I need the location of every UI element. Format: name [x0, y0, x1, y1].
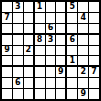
sudoku-empty-cell-r7c3[interactable] — [24, 67, 34, 77]
sudoku-empty-cell-r6c8[interactable] — [78, 56, 88, 66]
sudoku-empty-cell-r8c7[interactable] — [67, 78, 77, 88]
sudoku-empty-cell-r9c7[interactable] — [67, 89, 77, 99]
sudoku-empty-cell-r5c8[interactable] — [78, 46, 88, 56]
sudoku-given-cell-r2c8: 4 — [78, 13, 88, 23]
sudoku-empty-cell-r7c4[interactable] — [35, 67, 45, 77]
sudoku-empty-cell-r1c8[interactable] — [78, 2, 88, 12]
sudoku-given-cell-r4c7: 6 — [67, 35, 77, 45]
sudoku-given-cell-r1c7: 5 — [67, 2, 77, 12]
sudoku-given-cell-r8c2: 6 — [13, 78, 23, 88]
sudoku-given-cell-r5c1: 9 — [2, 46, 12, 56]
sudoku-empty-cell-r8c8[interactable] — [78, 78, 88, 88]
sudoku-app: 31574683692192769 — [0, 0, 101, 101]
sudoku-empty-cell-r6c9[interactable] — [89, 56, 99, 66]
sudoku-given-cell-r1c2: 3 — [13, 2, 23, 12]
sudoku-empty-cell-r7c1[interactable] — [2, 67, 12, 77]
sudoku-empty-cell-r6c5[interactable] — [46, 56, 56, 66]
sudoku-empty-cell-r8c6[interactable] — [56, 78, 66, 88]
sudoku-empty-cell-r4c1[interactable] — [2, 35, 12, 45]
sudoku-empty-cell-r6c4[interactable] — [35, 56, 45, 66]
sudoku-empty-cell-r8c5[interactable] — [46, 78, 56, 88]
sudoku-empty-cell-r1c3[interactable] — [24, 2, 34, 12]
sudoku-empty-cell-r5c2[interactable] — [13, 46, 23, 56]
sudoku-empty-cell-r9c1[interactable] — [2, 89, 12, 99]
sudoku-empty-cell-r9c2[interactable] — [13, 89, 23, 99]
sudoku-empty-cell-r4c9[interactable] — [89, 35, 99, 45]
sudoku-empty-cell-r6c1[interactable] — [2, 56, 12, 66]
sudoku-empty-cell-r4c3[interactable] — [24, 35, 34, 45]
sudoku-empty-cell-r5c9[interactable] — [89, 46, 99, 56]
sudoku-empty-cell-r3c2[interactable] — [13, 24, 23, 34]
sudoku-empty-cell-r8c4[interactable] — [35, 78, 45, 88]
sudoku-empty-cell-r3c4[interactable] — [35, 24, 45, 34]
sudoku-empty-cell-r2c3[interactable] — [24, 13, 34, 23]
sudoku-empty-cell-r4c2[interactable] — [13, 35, 23, 45]
sudoku-empty-cell-r2c5[interactable] — [46, 13, 56, 23]
sudoku-empty-cell-r9c3[interactable] — [24, 89, 34, 99]
sudoku-empty-cell-r9c6[interactable] — [56, 89, 66, 99]
sudoku-board: 31574683692192769 — [0, 0, 101, 101]
sudoku-empty-cell-r3c3[interactable] — [24, 24, 34, 34]
sudoku-empty-cell-r3c9[interactable] — [89, 24, 99, 34]
sudoku-empty-cell-r5c4[interactable] — [35, 46, 45, 56]
sudoku-empty-cell-r2c2[interactable] — [13, 13, 23, 23]
sudoku-given-cell-r1c4: 1 — [35, 2, 45, 12]
sudoku-given-cell-r2c1: 7 — [2, 13, 12, 23]
sudoku-empty-cell-r3c8[interactable] — [78, 24, 88, 34]
sudoku-empty-cell-r9c5[interactable] — [46, 89, 56, 99]
sudoku-empty-cell-r1c6[interactable] — [56, 2, 66, 12]
sudoku-empty-cell-r9c4[interactable] — [35, 89, 45, 99]
sudoku-empty-cell-r6c2[interactable] — [13, 56, 23, 66]
sudoku-empty-cell-r7c2[interactable] — [13, 67, 23, 77]
sudoku-given-cell-r5c3: 2 — [24, 46, 34, 56]
sudoku-empty-cell-r6c6[interactable] — [56, 56, 66, 66]
sudoku-empty-cell-r8c3[interactable] — [24, 78, 34, 88]
sudoku-empty-cell-r3c7[interactable] — [67, 24, 77, 34]
sudoku-empty-cell-r6c3[interactable] — [24, 56, 34, 66]
sudoku-empty-cell-r5c7[interactable] — [67, 46, 77, 56]
sudoku-given-cell-r3c5: 6 — [46, 24, 56, 34]
sudoku-empty-cell-r7c7[interactable] — [67, 67, 77, 77]
sudoku-given-cell-r4c5: 3 — [46, 35, 56, 45]
sudoku-empty-cell-r8c1[interactable] — [2, 78, 12, 88]
sudoku-empty-cell-r2c9[interactable] — [89, 13, 99, 23]
sudoku-given-cell-r7c8: 2 — [78, 67, 88, 77]
sudoku-empty-cell-r2c6[interactable] — [56, 13, 66, 23]
sudoku-empty-cell-r1c9[interactable] — [89, 2, 99, 12]
sudoku-given-cell-r9c8: 9 — [78, 89, 88, 99]
sudoku-empty-cell-r2c7[interactable] — [67, 13, 77, 23]
sudoku-empty-cell-r4c6[interactable] — [56, 35, 66, 45]
sudoku-empty-cell-r1c1[interactable] — [2, 2, 12, 12]
sudoku-given-cell-r6c7: 1 — [67, 56, 77, 66]
sudoku-empty-cell-r5c5[interactable] — [46, 46, 56, 56]
sudoku-empty-cell-r7c5[interactable] — [46, 67, 56, 77]
sudoku-empty-cell-r2c4[interactable] — [35, 13, 45, 23]
sudoku-empty-cell-r1c5[interactable] — [46, 2, 56, 12]
sudoku-empty-cell-r5c6[interactable] — [56, 46, 66, 56]
sudoku-empty-cell-r8c9[interactable] — [89, 78, 99, 88]
sudoku-given-cell-r4c4: 8 — [35, 35, 45, 45]
sudoku-empty-cell-r3c6[interactable] — [56, 24, 66, 34]
sudoku-given-cell-r7c9: 7 — [89, 67, 99, 77]
sudoku-empty-cell-r4c8[interactable] — [78, 35, 88, 45]
sudoku-empty-cell-r3c1[interactable] — [2, 24, 12, 34]
sudoku-empty-cell-r9c9[interactable] — [89, 89, 99, 99]
sudoku-given-cell-r7c6: 9 — [56, 67, 66, 77]
